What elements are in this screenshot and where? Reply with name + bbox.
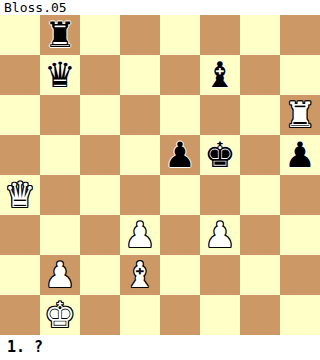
square-h7[interactable]: [280, 55, 320, 95]
square-f2[interactable]: [200, 255, 240, 295]
square-c2[interactable]: [80, 255, 120, 295]
square-d7[interactable]: [120, 55, 160, 95]
square-a7[interactable]: [0, 55, 40, 95]
square-f3[interactable]: ♟: [200, 215, 240, 255]
square-d2[interactable]: ♝: [120, 255, 160, 295]
square-e2[interactable]: [160, 255, 200, 295]
square-e8[interactable]: [160, 15, 200, 55]
white-pawn-d3: ♟: [124, 218, 155, 253]
square-c6[interactable]: [80, 95, 120, 135]
square-e6[interactable]: [160, 95, 200, 135]
square-g2[interactable]: [240, 255, 280, 295]
square-f6[interactable]: [200, 95, 240, 135]
black-rook-b8: ♜: [44, 18, 75, 53]
square-a1[interactable]: [0, 295, 40, 335]
black-bishop-f7: ♝: [204, 58, 235, 93]
white-king-b1: ♚: [44, 298, 75, 333]
square-d1[interactable]: [120, 295, 160, 335]
white-bishop-d2: ♝: [124, 258, 155, 293]
square-g6[interactable]: [240, 95, 280, 135]
square-f7[interactable]: ♝: [200, 55, 240, 95]
square-a5[interactable]: [0, 135, 40, 175]
square-c1[interactable]: [80, 295, 120, 335]
square-c3[interactable]: [80, 215, 120, 255]
square-h8[interactable]: [280, 15, 320, 55]
diagram-title: Bloss.05: [0, 0, 320, 15]
square-a8[interactable]: [0, 15, 40, 55]
square-c5[interactable]: [80, 135, 120, 175]
move-prompt: 1. ?: [0, 335, 320, 360]
square-d6[interactable]: [120, 95, 160, 135]
square-g1[interactable]: [240, 295, 280, 335]
square-b8[interactable]: ♜: [40, 15, 80, 55]
square-a2[interactable]: [0, 255, 40, 295]
square-f4[interactable]: [200, 175, 240, 215]
square-b3[interactable]: [40, 215, 80, 255]
square-b2[interactable]: ♟: [40, 255, 80, 295]
square-f5[interactable]: ♚: [200, 135, 240, 175]
square-b5[interactable]: [40, 135, 80, 175]
square-h3[interactable]: [280, 215, 320, 255]
square-g5[interactable]: [240, 135, 280, 175]
black-queen-b7: ♛: [44, 58, 75, 93]
square-d5[interactable]: [120, 135, 160, 175]
square-h1[interactable]: [280, 295, 320, 335]
square-f1[interactable]: [200, 295, 240, 335]
square-b1[interactable]: ♚: [40, 295, 80, 335]
square-a4[interactable]: ♛: [0, 175, 40, 215]
square-d4[interactable]: [120, 175, 160, 215]
square-c4[interactable]: [80, 175, 120, 215]
square-e4[interactable]: [160, 175, 200, 215]
square-g4[interactable]: [240, 175, 280, 215]
square-b6[interactable]: [40, 95, 80, 135]
square-h4[interactable]: [280, 175, 320, 215]
chess-board: ♜♛♝♜♟♚♟♛♟♟♟♝♚: [0, 15, 320, 335]
black-pawn-e5: ♟: [164, 138, 195, 173]
square-d3[interactable]: ♟: [120, 215, 160, 255]
square-b7[interactable]: ♛: [40, 55, 80, 95]
square-g7[interactable]: [240, 55, 280, 95]
square-b4[interactable]: [40, 175, 80, 215]
square-d8[interactable]: [120, 15, 160, 55]
square-e7[interactable]: [160, 55, 200, 95]
square-e5[interactable]: ♟: [160, 135, 200, 175]
black-pawn-h5: ♟: [284, 138, 315, 173]
square-f8[interactable]: [200, 15, 240, 55]
square-a6[interactable]: [0, 95, 40, 135]
square-h6[interactable]: ♜: [280, 95, 320, 135]
square-e1[interactable]: [160, 295, 200, 335]
square-a3[interactable]: [0, 215, 40, 255]
black-king-f5: ♚: [204, 138, 235, 173]
white-pawn-f3: ♟: [204, 218, 235, 253]
white-rook-h6: ♜: [284, 98, 315, 133]
square-h2[interactable]: [280, 255, 320, 295]
square-c8[interactable]: [80, 15, 120, 55]
square-g3[interactable]: [240, 215, 280, 255]
square-c7[interactable]: [80, 55, 120, 95]
white-pawn-b2: ♟: [44, 258, 75, 293]
square-g8[interactable]: [240, 15, 280, 55]
white-queen-a4: ♛: [4, 178, 35, 213]
square-e3[interactable]: [160, 215, 200, 255]
square-h5[interactable]: ♟: [280, 135, 320, 175]
